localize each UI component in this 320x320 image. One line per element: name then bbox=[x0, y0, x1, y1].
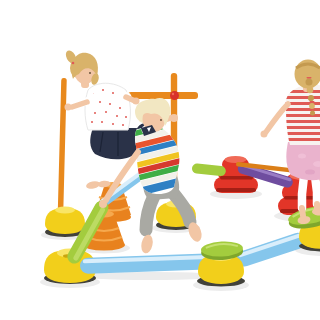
green-beam-tip bbox=[191, 163, 226, 176]
boy-hand-on-green-beam bbox=[99, 200, 107, 208]
red-clip bbox=[170, 91, 179, 100]
left-girl-hand-on-crossbar bbox=[133, 98, 140, 105]
boy-hand-on-pole bbox=[170, 114, 178, 122]
balance-course-photo: Three children playing on a colourful ba… bbox=[40, 16, 320, 320]
right-girl-striped-shirt bbox=[282, 90, 320, 141]
disc-dome-left: Yellow dome with lime-green swivel disc … bbox=[197, 240, 245, 286]
left-girl-hand-on-pole bbox=[65, 104, 72, 111]
scene-illustration: Three children playing on a colourful ba… bbox=[40, 16, 320, 320]
crossbar bbox=[128, 92, 198, 99]
right-girl-left-hand bbox=[261, 131, 268, 138]
